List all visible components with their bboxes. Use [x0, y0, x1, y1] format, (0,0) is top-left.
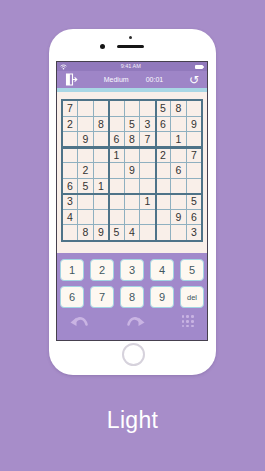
exit-door-icon[interactable]	[65, 73, 78, 86]
game-timer: 00:01	[146, 76, 164, 83]
cell-r9c7[interactable]	[156, 225, 171, 240]
cell-r3c9[interactable]	[187, 132, 202, 147]
cell-r6c9[interactable]	[187, 179, 202, 194]
cell-r4c2[interactable]	[78, 148, 93, 163]
cell-r3c2[interactable]: 9	[78, 132, 93, 147]
cell-r1c8[interactable]: 8	[171, 101, 186, 116]
cell-r8c7[interactable]	[156, 210, 171, 225]
cell-r6c6[interactable]	[140, 179, 155, 194]
cell-r7c9[interactable]: 5	[187, 194, 202, 209]
cell-r9c5[interactable]: 4	[125, 225, 140, 240]
cell-r8c4[interactable]	[109, 210, 124, 225]
cell-r4c3[interactable]	[94, 148, 109, 163]
cell-r9c8[interactable]	[171, 225, 186, 240]
cell-r2c2[interactable]	[78, 117, 93, 132]
theme-caption: Light	[0, 407, 265, 434]
cell-r4c6[interactable]	[140, 148, 155, 163]
cell-r7c2[interactable]	[78, 194, 93, 209]
cell-r8c3[interactable]	[94, 210, 109, 225]
cell-r2c7[interactable]: 6	[156, 117, 171, 132]
notes-pencil-grid-icon[interactable]	[182, 315, 194, 327]
numpad-button-7[interactable]: 7	[90, 286, 114, 308]
numpad-button-9[interactable]: 9	[150, 286, 174, 308]
board-panel: 7582853699687112729665131549689543	[57, 92, 207, 253]
cell-r5c1[interactable]	[63, 163, 78, 178]
sudoku-grid[interactable]: 7582853699687112729665131549689543	[61, 99, 204, 242]
difficulty-label: Medium	[104, 76, 129, 83]
cell-r9c1[interactable]	[63, 225, 78, 240]
app-screen: 9:41 AM Medium 00:01 ↺	[56, 61, 208, 341]
cell-r2c6[interactable]: 3	[140, 117, 155, 132]
cell-r9c2[interactable]: 8	[78, 225, 93, 240]
numpad-button-5[interactable]: 5	[180, 259, 204, 281]
cell-r2c8[interactable]	[171, 117, 186, 132]
cell-r3c5[interactable]: 8	[125, 132, 140, 147]
cell-r4c1[interactable]	[63, 148, 78, 163]
cell-r9c9[interactable]: 3	[187, 225, 202, 240]
cell-r8c5[interactable]	[125, 210, 140, 225]
cell-r5c8[interactable]: 6	[171, 163, 186, 178]
cell-r1c1[interactable]: 7	[63, 101, 78, 116]
numpad-button-1[interactable]: 1	[60, 259, 84, 281]
cell-r8c9[interactable]: 6	[187, 210, 202, 225]
grid-thick-line	[63, 193, 202, 195]
numpad-button-2[interactable]: 2	[90, 259, 114, 281]
numpad-button-del[interactable]: del	[180, 286, 204, 308]
cell-r6c8[interactable]	[171, 179, 186, 194]
cell-r6c7[interactable]	[156, 179, 171, 194]
grid-thick-line	[108, 101, 110, 240]
cell-r3c7[interactable]	[156, 132, 171, 147]
cell-r7c4[interactable]	[109, 194, 124, 209]
status-bar: 9:41 AM	[57, 62, 207, 71]
proximity-sensor-dot	[129, 36, 132, 39]
cell-r7c5[interactable]	[125, 194, 140, 209]
cell-r5c7[interactable]	[156, 163, 171, 178]
cell-r1c4[interactable]	[109, 101, 124, 116]
numpad-row-2: 6789del	[60, 286, 204, 308]
cell-r9c3[interactable]: 9	[94, 225, 109, 240]
cell-r1c7[interactable]: 5	[156, 101, 171, 116]
cell-r9c4[interactable]: 5	[109, 225, 124, 240]
cell-r7c8[interactable]	[171, 194, 186, 209]
cell-r3c8[interactable]: 1	[171, 132, 186, 147]
cell-r1c5[interactable]	[125, 101, 140, 116]
wifi-icon	[60, 64, 67, 70]
front-camera-icon	[100, 44, 105, 49]
cell-r7c7[interactable]	[156, 194, 171, 209]
restart-icon[interactable]: ↺	[189, 74, 199, 86]
status-time: 9:41 AM	[67, 62, 195, 71]
cell-r8c1[interactable]: 4	[63, 210, 78, 225]
numpad-button-6[interactable]: 6	[60, 286, 84, 308]
cell-r9c6[interactable]	[140, 225, 155, 240]
game-toolbar: Medium 00:01 ↺	[57, 71, 207, 88]
cell-r6c2[interactable]: 5	[78, 179, 93, 194]
cell-r3c3[interactable]	[94, 132, 109, 147]
cell-r5c6[interactable]	[140, 163, 155, 178]
cell-r3c6[interactable]: 7	[140, 132, 155, 147]
cell-r6c3[interactable]: 1	[94, 179, 109, 194]
numpad-row-1: 12345	[60, 259, 204, 281]
cell-r4c4[interactable]: 1	[109, 148, 124, 163]
cell-r7c3[interactable]	[94, 194, 109, 209]
home-button[interactable]	[122, 343, 145, 366]
cell-r1c2[interactable]	[78, 101, 93, 116]
cell-r8c6[interactable]	[140, 210, 155, 225]
cell-r2c1[interactable]: 2	[63, 117, 78, 132]
cell-r6c1[interactable]: 6	[63, 179, 78, 194]
cell-r8c2[interactable]	[78, 210, 93, 225]
screenshot-stage: 9:41 AM Medium 00:01 ↺	[0, 0, 265, 471]
action-row	[57, 315, 207, 328]
cell-r1c9[interactable]	[187, 101, 202, 116]
battery-icon	[195, 65, 205, 69]
cell-r2c5[interactable]: 5	[125, 117, 140, 132]
numpad-button-3[interactable]: 3	[120, 259, 144, 281]
numpad-area: 12345 6789del	[57, 253, 207, 340]
redo-icon[interactable]	[126, 315, 145, 328]
cell-r6c5[interactable]	[125, 179, 140, 194]
cell-r5c2[interactable]: 2	[78, 163, 93, 178]
grid-thick-line	[155, 101, 157, 240]
numpad-button-8[interactable]: 8	[120, 286, 144, 308]
cell-r8c8[interactable]: 9	[171, 210, 186, 225]
earpiece-speaker	[117, 45, 144, 48]
numpad-button-4[interactable]: 4	[150, 259, 174, 281]
cell-r4c7[interactable]: 2	[156, 148, 171, 163]
grid-thick-line	[63, 146, 202, 148]
undo-icon[interactable]	[70, 315, 89, 328]
cell-r3c4[interactable]: 6	[109, 132, 124, 147]
cell-r3c1[interactable]	[63, 132, 78, 147]
cell-r5c5[interactable]: 9	[125, 163, 140, 178]
cell-r7c6[interactable]: 1	[140, 194, 155, 209]
cell-r7c1[interactable]: 3	[63, 194, 78, 209]
cell-r5c9[interactable]	[187, 163, 202, 178]
cell-r2c4[interactable]	[109, 117, 124, 132]
cell-r5c3[interactable]	[94, 163, 109, 178]
cell-r2c3[interactable]: 8	[94, 117, 109, 132]
cell-r2c9[interactable]: 9	[187, 117, 202, 132]
cell-r4c5[interactable]	[125, 148, 140, 163]
cell-r5c4[interactable]	[109, 163, 124, 178]
cell-r1c6[interactable]	[140, 101, 155, 116]
iphone-mockup: 9:41 AM Medium 00:01 ↺	[49, 29, 216, 375]
cell-r6c4[interactable]	[109, 179, 124, 194]
cell-r1c3[interactable]	[94, 101, 109, 116]
cell-r4c8[interactable]	[171, 148, 186, 163]
cell-r4c9[interactable]: 7	[187, 148, 202, 163]
